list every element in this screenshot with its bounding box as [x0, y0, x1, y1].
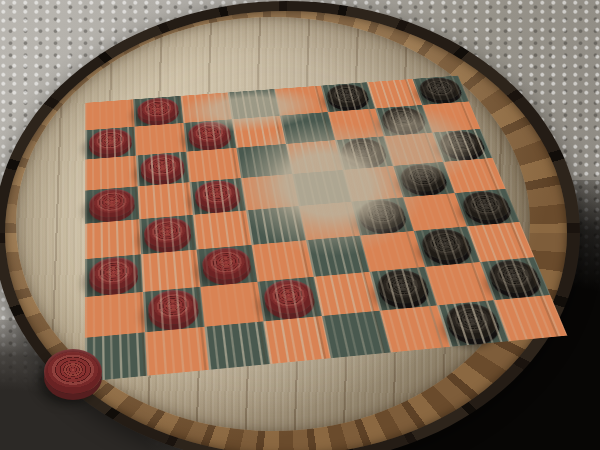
board-square-r3c4[interactable]: [236, 144, 292, 178]
black-checker-r3c6[interactable]: [339, 137, 388, 165]
board-square-r8c5[interactable]: [322, 311, 391, 358]
board-square-r6c1[interactable]: [85, 254, 143, 297]
black-checker-r4c7[interactable]: [398, 163, 449, 193]
board-square-r7c1[interactable]: [85, 292, 145, 338]
board-square-r7c5[interactable]: [314, 272, 380, 316]
board-square-r2c6[interactable]: [328, 108, 384, 140]
red-checker-r6c1[interactable]: [90, 256, 139, 292]
black-checker-r2c7[interactable]: [379, 106, 427, 132]
board-square-r1c4[interactable]: [228, 89, 280, 119]
captured-red-checker[interactable]: [44, 349, 102, 394]
board-square-r3c1[interactable]: [85, 156, 137, 191]
black-checker-r7c6[interactable]: [374, 268, 431, 305]
red-checker-r7c4[interactable]: [262, 278, 316, 315]
board-square-r6c4[interactable]: [252, 240, 314, 282]
board-square-r1c6[interactable]: [321, 82, 375, 112]
black-checker-r7c8[interactable]: [485, 259, 544, 295]
black-checker-r6c7[interactable]: [418, 228, 474, 262]
red-checker-r2c1[interactable]: [89, 128, 132, 156]
board-square-r8c4[interactable]: [264, 316, 331, 364]
black-checker-r3c8[interactable]: [437, 130, 488, 158]
red-checker-r2c3[interactable]: [187, 120, 231, 147]
board-square-r2c4[interactable]: [232, 116, 286, 148]
black-checker-r8c7[interactable]: [442, 302, 502, 341]
board-square-r2c1[interactable]: [85, 127, 136, 160]
checkers-photo-scene: [0, 0, 600, 450]
black-checker-r1c6[interactable]: [325, 83, 371, 108]
board-square-r4c5[interactable]: [292, 170, 351, 206]
board-square-r5c3[interactable]: [193, 210, 252, 249]
black-checker-r5c6[interactable]: [356, 199, 408, 231]
board-square-r2c2[interactable]: [135, 123, 187, 156]
board-square-r1c1[interactable]: [85, 99, 134, 130]
board-square-r2c5[interactable]: [280, 112, 335, 144]
board-square-r8c2[interactable]: [145, 327, 209, 376]
red-checker-r6c3[interactable]: [201, 246, 252, 281]
board-square-r1c5[interactable]: [275, 86, 328, 116]
board-square-r3c3[interactable]: [186, 148, 241, 182]
red-checker-r1c2[interactable]: [137, 97, 179, 123]
board-square-r4c2[interactable]: [138, 182, 193, 219]
board-square-r7c2[interactable]: [143, 287, 205, 332]
board-square-r3c5[interactable]: [286, 140, 343, 174]
board-square-r5c5[interactable]: [299, 202, 360, 241]
board-square-r5c2[interactable]: [139, 215, 196, 255]
red-checker-r7c2[interactable]: [148, 288, 200, 326]
red-checker-r3c2[interactable]: [140, 153, 185, 182]
black-checker-r5c8[interactable]: [459, 190, 513, 221]
board-square-r2c3[interactable]: [183, 119, 236, 151]
board-square-r7c4[interactable]: [257, 277, 322, 322]
board-square-r6c2[interactable]: [141, 250, 200, 292]
board-square-r3c2[interactable]: [136, 152, 190, 187]
board-square-r6c5[interactable]: [306, 236, 370, 277]
board-square-r4c4[interactable]: [241, 174, 299, 210]
board-square-r4c1[interactable]: [85, 186, 139, 223]
board-square-r5c1[interactable]: [85, 219, 141, 259]
red-checker-r5c2[interactable]: [144, 216, 192, 249]
black-checker-r1c8[interactable]: [417, 77, 464, 102]
red-checker-r4c1[interactable]: [89, 188, 134, 219]
red-checker-r4c3[interactable]: [194, 179, 241, 210]
board-square-r1c2[interactable]: [133, 96, 183, 127]
board-square-r5c4[interactable]: [246, 206, 306, 245]
board-square-r1c3[interactable]: [181, 92, 232, 122]
board-square-r7c3[interactable]: [200, 282, 263, 327]
board-square-r4c3[interactable]: [190, 178, 247, 215]
board-square-r8c3[interactable]: [205, 321, 271, 369]
board-square-r6c3[interactable]: [197, 245, 258, 287]
